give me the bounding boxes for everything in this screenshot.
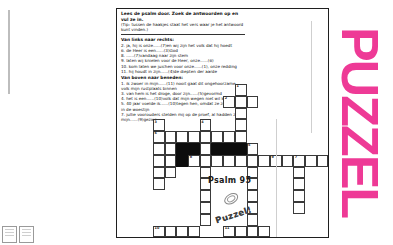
empty-space: [305, 178, 317, 190]
grid-cell: [200, 155, 212, 167]
empty-space: [293, 84, 305, 96]
empty-space: [282, 226, 294, 238]
grid-cell: [200, 131, 212, 143]
empty-space: [258, 167, 270, 179]
empty-space: [247, 108, 259, 120]
empty-space: [188, 108, 200, 120]
empty-space: [282, 119, 294, 131]
empty-space: [165, 202, 177, 214]
empty-space: [165, 119, 177, 131]
empty-space: [176, 202, 188, 214]
empty-space: [282, 96, 294, 108]
worksheet-page: Lees de psalm door. Zoek de antwoorden o…: [116, 8, 329, 238]
empty-space: [258, 143, 270, 155]
black-cell: [211, 143, 223, 155]
page-stack-edge: [8, 10, 10, 94]
empty-space: [247, 119, 259, 131]
psalm-label: Psalm 95: [208, 176, 251, 185]
empty-space: [165, 108, 177, 120]
grid-cell: [153, 167, 165, 179]
grid-cell: [165, 226, 177, 238]
empty-space: [200, 84, 212, 96]
empty-space: [317, 178, 329, 190]
grid-cell: 4: [200, 119, 212, 131]
empty-space: [200, 96, 212, 108]
empty-space: [211, 119, 223, 131]
clue-number: 3: [155, 121, 157, 125]
grid-cell: [223, 131, 235, 143]
empty-space: [317, 167, 329, 179]
empty-space: [176, 108, 188, 120]
empty-space: [258, 96, 270, 108]
empty-space: [293, 131, 305, 143]
empty-space: [305, 202, 317, 214]
scan-shadow-line-top: [311, 21, 312, 133]
grid-cell: [223, 155, 235, 167]
empty-space: [282, 84, 294, 96]
grid-cell: 10: [153, 226, 165, 238]
grid-cell: 2: [223, 96, 235, 108]
empty-space: [165, 178, 177, 190]
grid-cell: [235, 96, 247, 108]
empty-space: [153, 202, 165, 214]
grid-cell: [317, 155, 329, 167]
grid-cell: [247, 226, 259, 238]
grid-cell: 11: [223, 226, 235, 238]
empty-space: [270, 96, 282, 108]
empty-space: [282, 108, 294, 120]
grid-cell: [293, 167, 305, 179]
grid-cell: [200, 143, 212, 155]
divider-line: [121, 34, 245, 35]
grid-cell: [165, 131, 177, 143]
empty-space: [317, 214, 329, 226]
grid-cell: 3: [153, 119, 165, 131]
empty-space: [317, 131, 329, 143]
empty-space: [176, 167, 188, 179]
empty-space: [258, 190, 270, 202]
grid-cell: [235, 119, 247, 131]
grid-cell: [235, 108, 247, 120]
empty-space: [258, 202, 270, 214]
empty-space: [188, 202, 200, 214]
empty-space: [165, 96, 177, 108]
grid-cell: [293, 190, 305, 202]
clue-number: 11: [225, 227, 230, 231]
empty-space: [176, 119, 188, 131]
clue-number: 8: [190, 156, 192, 160]
empty-space: [223, 84, 235, 96]
empty-space: [200, 108, 212, 120]
empty-space: [211, 84, 223, 96]
empty-space: [282, 167, 294, 179]
clue-number: 5: [248, 144, 250, 148]
empty-space: [317, 119, 329, 131]
empty-space: [282, 202, 294, 214]
empty-space: [200, 226, 212, 238]
clue-number: 6: [155, 132, 157, 136]
empty-space: [176, 214, 188, 226]
empty-space: [153, 96, 165, 108]
empty-space: [258, 108, 270, 120]
empty-space: [317, 226, 329, 238]
empty-space: [293, 143, 305, 155]
empty-space: [188, 178, 200, 190]
clue-number: 7: [295, 156, 297, 160]
worksheet-title: Lees de psalm door. Zoek de antwoorden o…: [121, 11, 245, 22]
empty-space: [188, 214, 200, 226]
scan-shadow-line-bottom: [276, 119, 277, 237]
empty-space: [305, 190, 317, 202]
empty-space: [165, 214, 177, 226]
empty-space: [165, 84, 177, 96]
empty-space: [258, 178, 270, 190]
empty-space: [188, 167, 200, 179]
clue-item: 10. kom laten we juichen voor onze......…: [121, 64, 245, 69]
grid-cell: [258, 226, 270, 238]
grid-cell: [247, 155, 259, 167]
empty-space: [176, 84, 188, 96]
grid-cell: [305, 155, 317, 167]
page-thumbnail-2[interactable]: [19, 226, 34, 243]
empty-space: [282, 143, 294, 155]
empty-space: [293, 119, 305, 131]
empty-space: [211, 96, 223, 108]
empty-space: [258, 131, 270, 143]
grid-cell: [211, 131, 223, 143]
empty-space: [282, 178, 294, 190]
empty-space: [188, 190, 200, 202]
clue-number: 4: [201, 121, 203, 125]
empty-space: [188, 119, 200, 131]
empty-space: [188, 96, 200, 108]
grid-cell: [165, 143, 177, 155]
empty-space: [270, 84, 282, 96]
grid-cell: [235, 226, 247, 238]
grid-cell: [282, 155, 294, 167]
clue-number: 2: [225, 97, 227, 101]
grid-cell: 1: [235, 84, 247, 96]
empty-space: [176, 96, 188, 108]
grid-cell: 7: [293, 155, 305, 167]
empty-space: [293, 214, 305, 226]
empty-space: [317, 143, 329, 155]
empty-space: [293, 226, 305, 238]
clue-number: 1: [236, 85, 238, 89]
clue-number: 9: [271, 156, 273, 160]
empty-space: [153, 84, 165, 96]
empty-space: [153, 190, 165, 202]
empty-space: [317, 84, 329, 96]
empty-space: [153, 108, 165, 120]
empty-space: [258, 214, 270, 226]
empty-space: [282, 190, 294, 202]
black-cell: [235, 143, 247, 155]
across-clue-list: 2. ja, hij is onze......(7)en wij zijn h…: [121, 43, 245, 74]
empty-space: [293, 108, 305, 120]
empty-space: [258, 119, 270, 131]
empty-space: [317, 202, 329, 214]
black-cell: [176, 143, 188, 155]
black-cell: [223, 143, 235, 155]
empty-space: [153, 214, 165, 226]
grid-cell: [153, 178, 165, 190]
empty-space: [270, 108, 282, 120]
empty-space: [305, 214, 317, 226]
grid-cell: [200, 214, 212, 226]
grid-cell: 6: [153, 131, 165, 143]
black-cell: [176, 155, 188, 167]
empty-space: [305, 167, 317, 179]
empty-space: [247, 131, 259, 143]
grid-cell: [293, 178, 305, 190]
empty-space: [176, 190, 188, 202]
empty-space: [317, 190, 329, 202]
empty-space: [188, 84, 200, 96]
grid-cell: [211, 155, 223, 167]
grid-cell: [258, 155, 270, 167]
empty-space: [258, 84, 270, 96]
empty-space: [282, 214, 294, 226]
banner-text: PUZZEL: [330, 27, 390, 217]
empty-space: [211, 108, 223, 120]
grid-cell: [293, 202, 305, 214]
grid-cell: [176, 226, 188, 238]
grid-cell: [235, 155, 247, 167]
empty-space: [317, 96, 329, 108]
grid-cell: [235, 131, 247, 143]
empty-space: [211, 190, 223, 202]
page-thumbnail-1[interactable]: [2, 226, 17, 243]
empty-space: [223, 119, 235, 131]
grid-cell: 8: [188, 155, 200, 167]
empty-space: [305, 226, 317, 238]
empty-space: [293, 96, 305, 108]
grid-cell: [200, 190, 212, 202]
clue-item: 11. hij houdt in zijn......(4)de diepten…: [121, 69, 245, 74]
grid-cell: [188, 131, 200, 143]
worksheet-tip: (Tip: tussen de haakjes staat het vers w…: [121, 22, 245, 32]
grid-cell: [165, 155, 177, 167]
grid-cell: [200, 202, 212, 214]
grid-cell: 5: [247, 143, 259, 155]
grid-cell: [247, 96, 259, 108]
empty-space: [165, 190, 177, 202]
empty-space: [305, 143, 317, 155]
grid-cell: [153, 155, 165, 167]
empty-space: [282, 131, 294, 143]
clue-number: 10: [155, 227, 160, 231]
empty-space: [247, 84, 259, 96]
empty-space: [176, 178, 188, 190]
grid-cell: [176, 131, 188, 143]
empty-space: [317, 108, 329, 120]
black-cell: [188, 143, 200, 155]
grid-cell: [153, 143, 165, 155]
empty-space: [223, 108, 235, 120]
grid-cell: [188, 226, 200, 238]
grid-cell: [165, 167, 177, 179]
